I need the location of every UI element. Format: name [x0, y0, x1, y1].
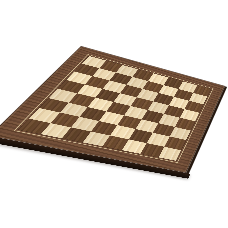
product-photo-stage — [0, 0, 228, 228]
chessboard — [0, 46, 225, 173]
playing-field — [18, 56, 211, 161]
